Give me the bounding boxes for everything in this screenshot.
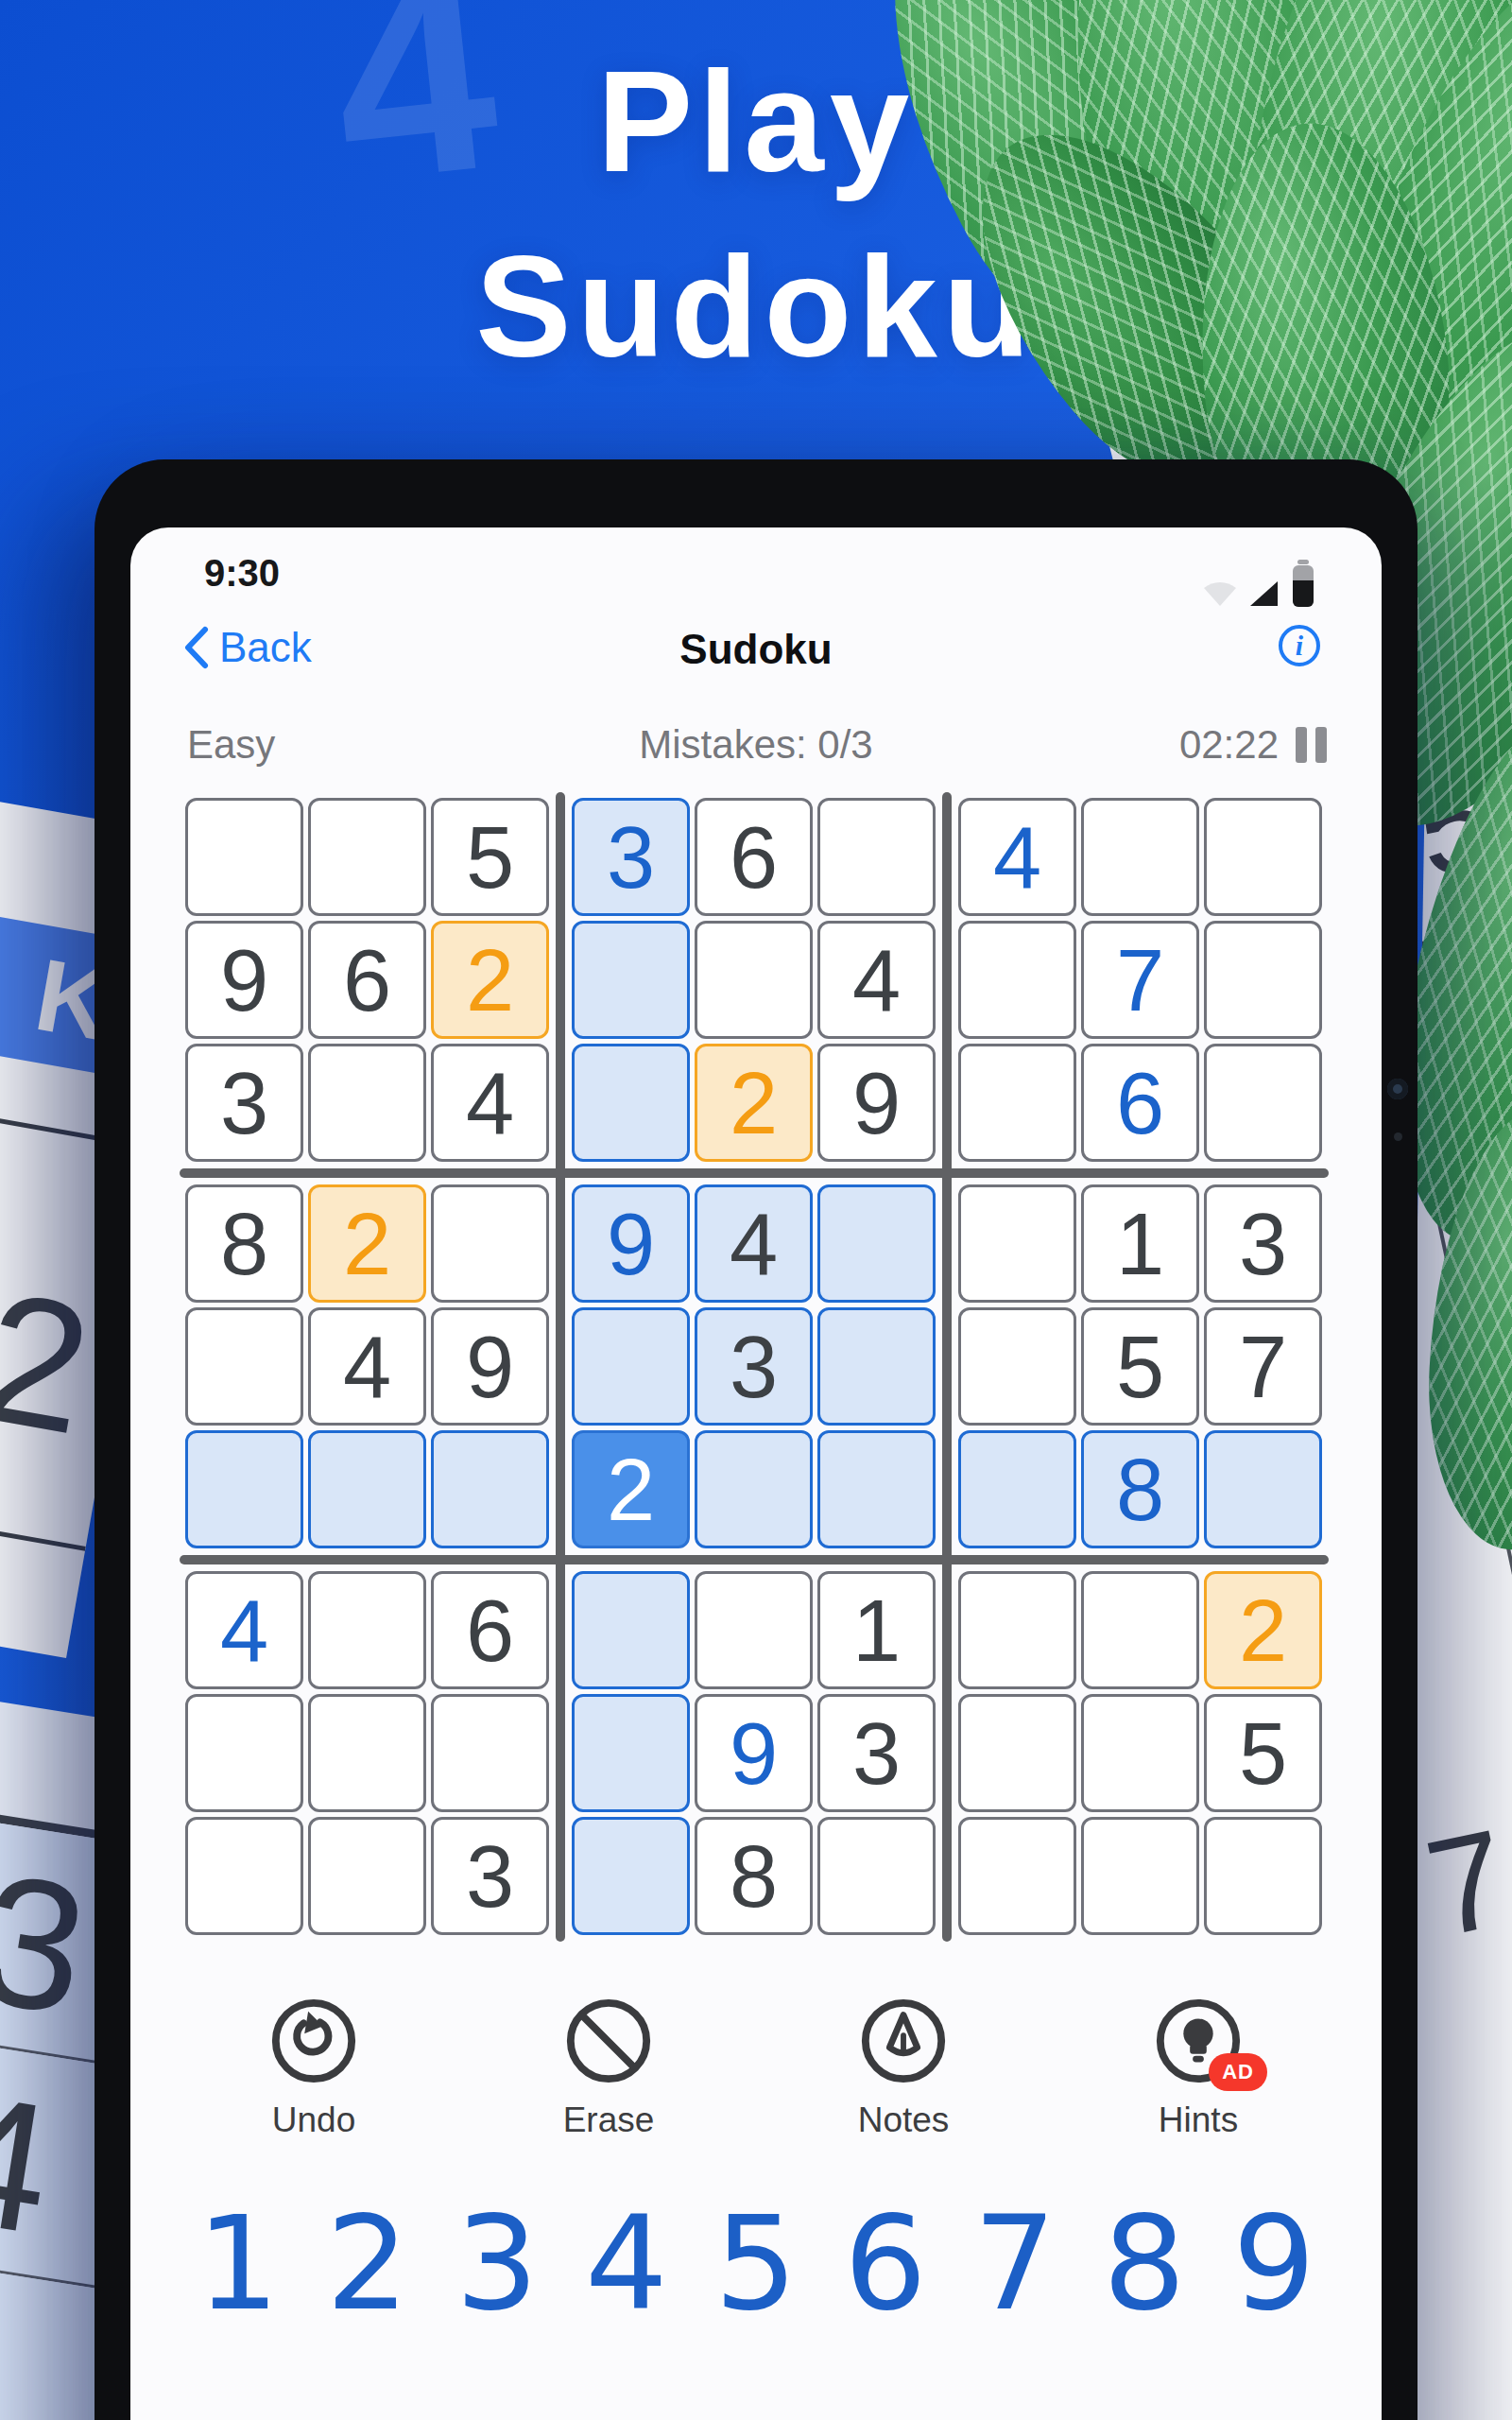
cell-r8c7[interactable] <box>958 1694 1076 1812</box>
cell-r3c7[interactable] <box>958 1044 1076 1162</box>
cell-r9c8[interactable] <box>1081 1817 1199 1935</box>
cell-r2c2[interactable]: 6 <box>308 921 426 1039</box>
numpad-key-5[interactable]: 5 <box>714 2199 798 2329</box>
box-separator <box>180 1555 1329 1564</box>
cell-r1c6[interactable] <box>817 798 936 916</box>
cell-r4c3[interactable] <box>431 1184 549 1303</box>
box-separator <box>942 792 952 1942</box>
cell-r2c1[interactable]: 9 <box>185 921 303 1039</box>
numpad-key-6[interactable]: 6 <box>844 2199 927 2329</box>
undo-button[interactable]: Undo <box>267 1995 360 2140</box>
cell-r8c9[interactable]: 5 <box>1204 1694 1322 1812</box>
cell-r2c4[interactable] <box>572 921 690 1039</box>
cell-r1c1[interactable] <box>185 798 303 916</box>
camera-dot-icon <box>1394 1132 1402 1141</box>
cell-r7c8[interactable] <box>1081 1571 1199 1689</box>
cell-r2c7[interactable] <box>958 921 1076 1039</box>
cellular-icon <box>1249 580 1280 607</box>
tablet-frame: 9:30 Back Su <box>94 459 1417 2420</box>
numpad-key-2[interactable]: 2 <box>326 2199 409 2329</box>
pause-button[interactable] <box>1296 723 1327 767</box>
cell-r9c3[interactable]: 3 <box>431 1817 549 1935</box>
cell-r4c1[interactable]: 8 <box>185 1184 303 1303</box>
cell-r1c5[interactable]: 6 <box>695 798 813 916</box>
erase-icon <box>562 1995 655 2087</box>
cell-r8c6[interactable]: 3 <box>817 1694 936 1812</box>
cell-r3c8[interactable]: 6 <box>1081 1044 1199 1162</box>
cell-r8c8[interactable] <box>1081 1694 1199 1812</box>
cell-r4c9[interactable]: 3 <box>1204 1184 1322 1303</box>
cell-r7c6[interactable]: 1 <box>817 1571 936 1689</box>
cell-r9c7[interactable] <box>958 1817 1076 1935</box>
timer: 02:22 <box>1179 722 1279 768</box>
cell-r9c4[interactable] <box>572 1817 690 1935</box>
notes-icon <box>857 1995 950 2087</box>
cell-r8c4[interactable] <box>572 1694 690 1812</box>
cell-r8c3[interactable] <box>431 1694 549 1812</box>
cell-r9c2[interactable] <box>308 1817 426 1935</box>
cell-r5c5[interactable]: 3 <box>695 1307 813 1426</box>
cell-r3c2[interactable] <box>308 1044 426 1162</box>
cell-r8c2[interactable] <box>308 1694 426 1812</box>
cell-r6c6[interactable] <box>817 1430 936 1548</box>
cell-r3c9[interactable] <box>1204 1044 1322 1162</box>
numpad-key-4[interactable]: 4 <box>585 2199 668 2329</box>
cell-r7c1[interactable]: 4 <box>185 1571 303 1689</box>
cell-r9c1[interactable] <box>185 1817 303 1935</box>
cell-r4c2[interactable]: 2 <box>308 1184 426 1303</box>
sheet-line <box>0 1469 86 1551</box>
sheet-number: 2 <box>0 1263 102 1462</box>
undo-icon <box>267 1995 360 2087</box>
app-screen: 9:30 Back Su <box>130 527 1382 2420</box>
cell-r5c4[interactable] <box>572 1307 690 1426</box>
cell-r3c4[interactable] <box>572 1044 690 1162</box>
cell-r4c8[interactable]: 1 <box>1081 1184 1199 1303</box>
toolbar: Undo Erase Notes <box>166 1995 1346 2140</box>
cell-r2c3[interactable]: 2 <box>431 921 549 1039</box>
cell-r6c4[interactable]: 2 <box>572 1430 690 1548</box>
cell-r1c3[interactable]: 5 <box>431 798 549 916</box>
ad-badge: AD <box>1209 2053 1267 2091</box>
status-time: 9:30 <box>204 552 280 595</box>
cell-r4c7[interactable] <box>958 1184 1076 1303</box>
cell-r1c9[interactable] <box>1204 798 1322 916</box>
cell-r6c9[interactable] <box>1204 1430 1322 1548</box>
numpad-key-1[interactable]: 1 <box>197 2199 280 2329</box>
cell-r4c5[interactable]: 4 <box>695 1184 813 1303</box>
cell-r3c3[interactable]: 4 <box>431 1044 549 1162</box>
cell-r5c9[interactable]: 7 <box>1204 1307 1322 1426</box>
cell-r8c5[interactable]: 9 <box>695 1694 813 1812</box>
cell-r7c4[interactable] <box>572 1571 690 1689</box>
promo-screenshot: 4 7 8 Play Sudoku KU 2 3 4 5 7 <box>0 0 1512 2420</box>
cell-r9c6[interactable] <box>817 1817 936 1935</box>
cell-r2c8[interactable]: 7 <box>1081 921 1199 1039</box>
cell-r7c5[interactable] <box>695 1571 813 1689</box>
cell-r1c2[interactable] <box>308 798 426 916</box>
cell-r5c7[interactable] <box>958 1307 1076 1426</box>
svg-text:i: i <box>1296 630 1304 661</box>
numpad-key-7[interactable]: 7 <box>973 2199 1057 2329</box>
cell-r1c4[interactable]: 3 <box>572 798 690 916</box>
cell-r7c3[interactable]: 6 <box>431 1571 549 1689</box>
cell-r9c9[interactable] <box>1204 1817 1322 1935</box>
cell-r2c9[interactable] <box>1204 921 1322 1039</box>
cell-r5c6[interactable] <box>817 1307 936 1426</box>
cell-r2c6[interactable]: 4 <box>817 921 936 1039</box>
cell-r6c2[interactable] <box>308 1430 426 1548</box>
wifi-icon <box>1202 580 1238 607</box>
cell-r5c2[interactable]: 4 <box>308 1307 426 1426</box>
cell-r5c1[interactable] <box>185 1307 303 1426</box>
battery-icon <box>1291 560 1315 607</box>
status-icons <box>1202 560 1315 607</box>
tool-label: Hints <box>1159 2100 1238 2140</box>
cell-r7c9[interactable]: 2 <box>1204 1571 1322 1689</box>
box-separator <box>180 1168 1329 1178</box>
sudoku-grid: 536496247342968294134935728461293538 <box>185 798 1322 1935</box>
numpad: 123456789 <box>183 2199 1329 2329</box>
tool-label: Erase <box>563 2100 655 2140</box>
sheet-number: 7 <box>1417 1808 1512 1959</box>
info-icon: i <box>1276 622 1323 669</box>
cell-r7c7[interactable] <box>958 1571 1076 1689</box>
notes-button[interactable]: Notes <box>857 1995 950 2140</box>
cell-r1c7[interactable]: 4 <box>958 798 1076 916</box>
tool-label: Undo <box>272 2100 355 2140</box>
cell-r9c5[interactable]: 8 <box>695 1817 813 1935</box>
hints-button[interactable]: AD Hints <box>1152 1995 1245 2140</box>
tool-label: Notes <box>858 2100 950 2140</box>
cell-r3c1[interactable]: 3 <box>185 1044 303 1162</box>
box-separator <box>556 792 565 1942</box>
cell-r3c6[interactable]: 9 <box>817 1044 936 1162</box>
cell-r6c1[interactable] <box>185 1430 303 1548</box>
cell-r2c5[interactable] <box>695 921 813 1039</box>
cell-r6c7[interactable] <box>958 1430 1076 1548</box>
cell-r7c2[interactable] <box>308 1571 426 1689</box>
cell-r3c5[interactable]: 2 <box>695 1044 813 1162</box>
cell-r6c8[interactable]: 8 <box>1081 1430 1199 1548</box>
cell-r5c3[interactable]: 9 <box>431 1307 549 1426</box>
erase-button[interactable]: Erase <box>562 1995 655 2140</box>
info-button[interactable]: i <box>1276 622 1323 673</box>
cell-r5c8[interactable]: 5 <box>1081 1307 1199 1426</box>
numpad-key-9[interactable]: 9 <box>1232 2199 1315 2329</box>
cell-r4c4[interactable]: 9 <box>572 1184 690 1303</box>
cell-r6c5[interactable] <box>695 1430 813 1548</box>
numpad-key-8[interactable]: 8 <box>1103 2199 1186 2329</box>
page-title: Sudoku <box>130 626 1382 673</box>
camera-icon <box>1387 1079 1408 1099</box>
cell-r8c1[interactable] <box>185 1694 303 1812</box>
cell-r4c6[interactable] <box>817 1184 936 1303</box>
cell-r1c8[interactable] <box>1081 798 1199 916</box>
cell-r6c3[interactable] <box>431 1430 549 1548</box>
numpad-key-3[interactable]: 3 <box>455 2199 539 2329</box>
